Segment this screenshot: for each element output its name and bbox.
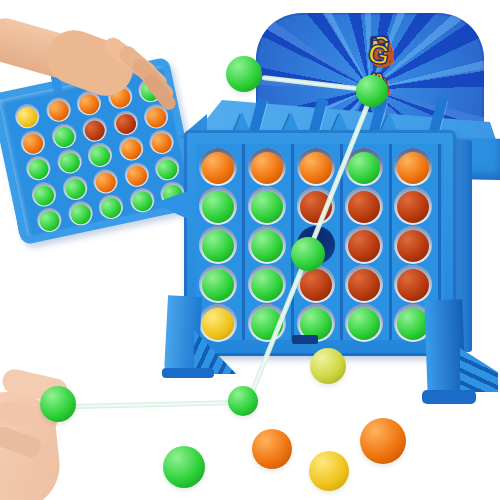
grid-cell: [345, 226, 383, 264]
left-side-flap: [154, 190, 190, 220]
ball-yellowgreen: [310, 348, 346, 384]
ball-orange: [252, 429, 292, 469]
ball-green: [356, 75, 388, 107]
grid-ball-green: [251, 230, 283, 262]
grid-ball-green: [202, 191, 234, 223]
grid-cell: [199, 148, 237, 186]
grid-cell: [248, 187, 286, 225]
grid-cell: [394, 226, 432, 264]
grid-cell: [345, 304, 383, 342]
grid-cell: [199, 304, 237, 342]
ball-orange: [360, 418, 406, 464]
grid-ball-green: [348, 308, 380, 340]
ball-green: [163, 446, 205, 488]
ball-green: [291, 237, 325, 271]
product-photo-canvas: BOUNCING BALL: [0, 0, 500, 500]
grid-cell: [297, 148, 335, 186]
right-leg: [424, 299, 465, 396]
grid-cell: [248, 265, 286, 303]
grid-ball-orange: [397, 152, 429, 184]
grid-cell: [345, 187, 383, 225]
ball-green: [228, 386, 258, 416]
grid-ball-red: [300, 269, 332, 301]
right-foot-wedge: [460, 348, 498, 392]
right-foot: [422, 390, 476, 404]
grid-cell: [248, 148, 286, 186]
hand-flicking-ball: [0, 350, 130, 500]
grid-ball-red: [348, 191, 380, 223]
grid-cell: [248, 226, 286, 264]
grid-ball-yellow: [202, 308, 234, 340]
grid-ball-green: [348, 152, 380, 184]
grid-cell: [345, 265, 383, 303]
grid-cell: [345, 148, 383, 186]
grid-ball-red: [397, 191, 429, 223]
ball-yellow: [309, 451, 349, 491]
left-foot: [162, 368, 214, 378]
latch: [292, 335, 318, 344]
grid-ball-orange: [202, 152, 234, 184]
grid-ball-green: [202, 230, 234, 262]
ball-green: [226, 56, 262, 92]
grid-ball-green: [202, 269, 234, 301]
grid-ball-green: [251, 269, 283, 301]
grid-ball-red: [348, 230, 380, 262]
grid-cell: [199, 226, 237, 264]
grid-cell: [199, 187, 237, 225]
grid-cell: [394, 187, 432, 225]
ball-green: [40, 386, 76, 422]
grid-cell: [199, 265, 237, 303]
grid-ball-orange: [300, 152, 332, 184]
grid-ball-red: [397, 269, 429, 301]
grid-ball-orange: [251, 152, 283, 184]
grid-ball-red: [348, 269, 380, 301]
grid-ball-red: [397, 230, 429, 262]
grid-ball-green: [251, 191, 283, 223]
grid-cell: [394, 148, 432, 186]
grid-cell: [394, 265, 432, 303]
